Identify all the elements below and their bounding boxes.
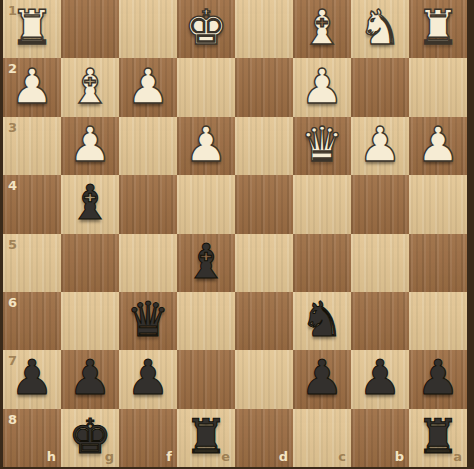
black-bishop-piece[interactable]: ♝	[68, 178, 111, 226]
square-c4[interactable]	[293, 175, 351, 233]
square-f6[interactable]: ♛	[119, 292, 177, 350]
black-knight-piece[interactable]: ♞	[300, 295, 343, 343]
square-f8[interactable]: f	[119, 409, 177, 467]
square-e2[interactable]	[177, 58, 235, 116]
square-f1[interactable]	[119, 0, 177, 58]
square-g4[interactable]: ♝	[61, 175, 119, 233]
white-bishop-piece[interactable]: ♝	[68, 62, 111, 110]
square-e7[interactable]	[177, 350, 235, 408]
square-d2[interactable]	[235, 58, 293, 116]
square-c5[interactable]	[293, 234, 351, 292]
square-d6[interactable]	[235, 292, 293, 350]
chess-app-window: 1♜♚♝♞♜2♟♝♟♟3♟♟♛♟♟4♝5♝6♛♞7♟♟♟♟♟♟8hg♚fe♜dc…	[0, 0, 474, 469]
square-f2[interactable]: ♟	[119, 58, 177, 116]
white-pawn-piece[interactable]: ♟	[68, 120, 111, 168]
rank-label-4: 4	[8, 179, 17, 192]
white-pawn-piece[interactable]: ♟	[358, 120, 401, 168]
square-g5[interactable]	[61, 234, 119, 292]
white-pawn-piece[interactable]: ♟	[126, 62, 169, 110]
white-pawn-piece[interactable]: ♟	[184, 120, 227, 168]
square-e8[interactable]: e♜	[177, 409, 235, 467]
square-g1[interactable]	[61, 0, 119, 58]
black-pawn-piece[interactable]: ♟	[358, 353, 401, 401]
square-c2[interactable]: ♟	[293, 58, 351, 116]
square-b3[interactable]: ♟	[351, 117, 409, 175]
square-c3[interactable]: ♛	[293, 117, 351, 175]
black-pawn-piece[interactable]: ♟	[126, 353, 169, 401]
black-pawn-piece[interactable]: ♟	[300, 353, 343, 401]
square-a5[interactable]	[409, 234, 467, 292]
white-rook-piece[interactable]: ♜	[10, 3, 53, 51]
black-rook-piece[interactable]: ♜	[416, 412, 459, 460]
square-b1[interactable]: ♞	[351, 0, 409, 58]
square-b7[interactable]: ♟	[351, 350, 409, 408]
square-h6[interactable]: 6	[3, 292, 61, 350]
square-c8[interactable]: c	[293, 409, 351, 467]
rank-label-5: 5	[8, 238, 17, 251]
square-d4[interactable]	[235, 175, 293, 233]
white-knight-piece[interactable]: ♞	[358, 3, 401, 51]
square-e5[interactable]: ♝	[177, 234, 235, 292]
file-label-c: c	[338, 450, 346, 463]
square-h2[interactable]: 2♟	[3, 58, 61, 116]
chess-board: 1♜♚♝♞♜2♟♝♟♟3♟♟♛♟♟4♝5♝6♛♞7♟♟♟♟♟♟8hg♚fe♜dc…	[3, 0, 467, 467]
square-g6[interactable]	[61, 292, 119, 350]
square-b4[interactable]	[351, 175, 409, 233]
square-f7[interactable]: ♟	[119, 350, 177, 408]
square-d3[interactable]	[235, 117, 293, 175]
black-bishop-piece[interactable]: ♝	[184, 237, 227, 285]
rank-label-6: 6	[8, 296, 17, 309]
square-b5[interactable]	[351, 234, 409, 292]
white-pawn-piece[interactable]: ♟	[416, 120, 459, 168]
file-label-b: b	[395, 450, 404, 463]
square-a3[interactable]: ♟	[409, 117, 467, 175]
white-queen-piece[interactable]: ♛	[300, 120, 343, 168]
square-a4[interactable]	[409, 175, 467, 233]
black-pawn-piece[interactable]: ♟	[416, 353, 459, 401]
square-h3[interactable]: 3	[3, 117, 61, 175]
square-h4[interactable]: 4	[3, 175, 61, 233]
square-c1[interactable]: ♝	[293, 0, 351, 58]
square-b8[interactable]: b	[351, 409, 409, 467]
square-a2[interactable]	[409, 58, 467, 116]
square-d7[interactable]	[235, 350, 293, 408]
black-rook-piece[interactable]: ♜	[184, 412, 227, 460]
black-queen-piece[interactable]: ♛	[126, 295, 169, 343]
rank-label-3: 3	[8, 121, 17, 134]
square-d8[interactable]: d	[235, 409, 293, 467]
square-e3[interactable]: ♟	[177, 117, 235, 175]
square-h1[interactable]: 1♜	[3, 0, 61, 58]
square-a7[interactable]: ♟	[409, 350, 467, 408]
rank-label-8: 8	[8, 413, 17, 426]
square-h8[interactable]: 8h	[3, 409, 61, 467]
square-d5[interactable]	[235, 234, 293, 292]
square-g8[interactable]: g♚	[61, 409, 119, 467]
square-f4[interactable]	[119, 175, 177, 233]
square-a8[interactable]: a♜	[409, 409, 467, 467]
square-g2[interactable]: ♝	[61, 58, 119, 116]
square-f3[interactable]	[119, 117, 177, 175]
white-rook-piece[interactable]: ♜	[416, 3, 459, 51]
file-label-d: d	[279, 450, 288, 463]
square-h7[interactable]: 7♟	[3, 350, 61, 408]
white-king-piece[interactable]: ♚	[184, 3, 227, 51]
square-c7[interactable]: ♟	[293, 350, 351, 408]
square-c6[interactable]: ♞	[293, 292, 351, 350]
black-pawn-piece[interactable]: ♟	[68, 353, 111, 401]
square-b2[interactable]	[351, 58, 409, 116]
square-b6[interactable]	[351, 292, 409, 350]
square-a6[interactable]	[409, 292, 467, 350]
square-g3[interactable]: ♟	[61, 117, 119, 175]
square-e1[interactable]: ♚	[177, 0, 235, 58]
square-f5[interactable]	[119, 234, 177, 292]
file-label-h: h	[47, 450, 56, 463]
square-h5[interactable]: 5	[3, 234, 61, 292]
file-label-f: f	[166, 450, 172, 463]
white-bishop-piece[interactable]: ♝	[300, 3, 343, 51]
square-e4[interactable]	[177, 175, 235, 233]
white-pawn-piece[interactable]: ♟	[10, 62, 53, 110]
white-pawn-piece[interactable]: ♟	[300, 62, 343, 110]
black-king-piece[interactable]: ♚	[68, 412, 111, 460]
square-a1[interactable]: ♜	[409, 0, 467, 58]
black-pawn-piece[interactable]: ♟	[10, 353, 53, 401]
square-e6[interactable]	[177, 292, 235, 350]
square-g7[interactable]: ♟	[61, 350, 119, 408]
square-d1[interactable]	[235, 0, 293, 58]
